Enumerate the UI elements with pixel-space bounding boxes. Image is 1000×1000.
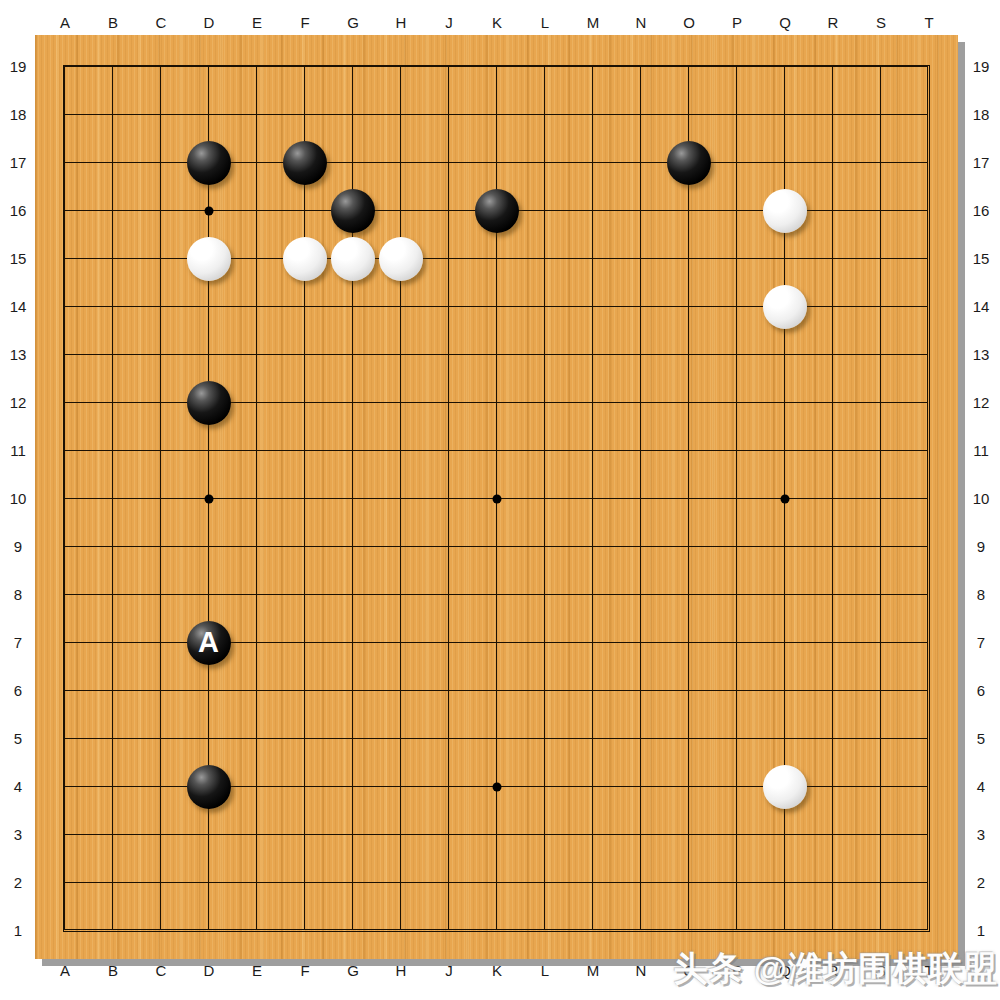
col-label-top-O: O — [675, 14, 703, 32]
row-label-left-4: 4 — [4, 778, 32, 796]
stone-label-D7: A — [198, 628, 219, 657]
row-label-right-4: 4 — [967, 778, 995, 796]
row-label-right-5: 5 — [967, 730, 995, 748]
row-label-left-19: 19 — [4, 58, 32, 76]
col-label-top-J: J — [435, 14, 463, 32]
stone-black-D7: A — [187, 621, 231, 665]
row-label-right-9: 9 — [967, 538, 995, 556]
col-label-bottom-C: C — [147, 962, 175, 980]
stone-black-O17 — [667, 141, 711, 185]
row-label-right-16: 16 — [967, 202, 995, 220]
row-label-left-15: 15 — [4, 250, 32, 268]
row-label-right-11: 11 — [967, 442, 995, 460]
col-label-top-B: B — [99, 14, 127, 32]
stone-white-Q4 — [763, 765, 807, 809]
col-label-top-M: M — [579, 14, 607, 32]
row-label-left-9: 9 — [4, 538, 32, 556]
row-label-left-12: 12 — [4, 394, 32, 412]
col-label-bottom-D: D — [195, 962, 223, 980]
row-label-right-18: 18 — [967, 106, 995, 124]
col-label-top-S: S — [867, 14, 895, 32]
row-label-right-3: 3 — [967, 826, 995, 844]
row-label-left-1: 1 — [4, 922, 32, 940]
col-label-bottom-J: J — [435, 962, 463, 980]
star-point-Q10 — [780, 494, 789, 503]
row-label-left-10: 10 — [4, 490, 32, 508]
col-label-top-T: T — [915, 14, 943, 32]
stone-white-Q14 — [763, 285, 807, 329]
row-label-left-13: 13 — [4, 346, 32, 364]
col-label-bottom-A: A — [51, 962, 79, 980]
row-label-left-8: 8 — [4, 586, 32, 604]
row-label-left-17: 17 — [4, 154, 32, 172]
stone-white-G15 — [331, 237, 375, 281]
col-label-bottom-M: M — [579, 962, 607, 980]
row-label-right-2: 2 — [967, 874, 995, 892]
stone-white-H15 — [379, 237, 423, 281]
row-label-right-10: 10 — [967, 490, 995, 508]
col-label-top-H: H — [387, 14, 415, 32]
row-label-right-7: 7 — [967, 634, 995, 652]
col-label-bottom-H: H — [387, 962, 415, 980]
stone-black-D12 — [187, 381, 231, 425]
row-label-left-11: 11 — [4, 442, 32, 460]
col-label-top-F: F — [291, 14, 319, 32]
row-label-right-15: 15 — [967, 250, 995, 268]
stone-white-D15 — [187, 237, 231, 281]
col-label-top-L: L — [531, 14, 559, 32]
col-label-top-C: C — [147, 14, 175, 32]
row-label-right-12: 12 — [967, 394, 995, 412]
stone-black-F17 — [283, 141, 327, 185]
row-label-left-3: 3 — [4, 826, 32, 844]
stone-white-F15 — [283, 237, 327, 281]
col-label-top-P: P — [723, 14, 751, 32]
star-point-D10 — [204, 494, 213, 503]
col-label-top-D: D — [195, 14, 223, 32]
col-label-bottom-K: K — [483, 962, 511, 980]
row-label-left-2: 2 — [4, 874, 32, 892]
col-label-top-E: E — [243, 14, 271, 32]
row-label-right-13: 13 — [967, 346, 995, 364]
row-label-right-14: 14 — [967, 298, 995, 316]
col-label-top-G: G — [339, 14, 367, 32]
col-label-bottom-F: F — [291, 962, 319, 980]
row-label-left-5: 5 — [4, 730, 32, 748]
star-point-D16 — [204, 206, 213, 215]
row-label-right-6: 6 — [967, 682, 995, 700]
col-label-bottom-E: E — [243, 962, 271, 980]
stone-black-D17 — [187, 141, 231, 185]
row-label-left-14: 14 — [4, 298, 32, 316]
col-label-top-K: K — [483, 14, 511, 32]
star-point-K4 — [492, 782, 501, 791]
col-label-bottom-N: N — [627, 962, 655, 980]
go-board[interactable]: A — [35, 35, 958, 959]
stone-black-D4 — [187, 765, 231, 809]
col-label-top-Q: Q — [771, 14, 799, 32]
stones-layer: A — [64, 66, 928, 930]
row-label-right-8: 8 — [967, 586, 995, 604]
stone-black-K16 — [475, 189, 519, 233]
row-label-left-16: 16 — [4, 202, 32, 220]
row-label-right-1: 1 — [967, 922, 995, 940]
row-label-left-6: 6 — [4, 682, 32, 700]
col-label-top-R: R — [819, 14, 847, 32]
stone-black-G16 — [331, 189, 375, 233]
row-label-left-18: 18 — [4, 106, 32, 124]
col-label-bottom-G: G — [339, 962, 367, 980]
star-point-K10 — [492, 494, 501, 503]
row-label-right-19: 19 — [967, 58, 995, 76]
stone-white-Q16 — [763, 189, 807, 233]
col-label-top-A: A — [51, 14, 79, 32]
watermark: 头条 @潍坊围棋联盟 — [673, 946, 998, 992]
col-label-bottom-L: L — [531, 962, 559, 980]
row-label-left-7: 7 — [4, 634, 32, 652]
col-label-top-N: N — [627, 14, 655, 32]
row-label-right-17: 17 — [967, 154, 995, 172]
col-label-bottom-B: B — [99, 962, 127, 980]
